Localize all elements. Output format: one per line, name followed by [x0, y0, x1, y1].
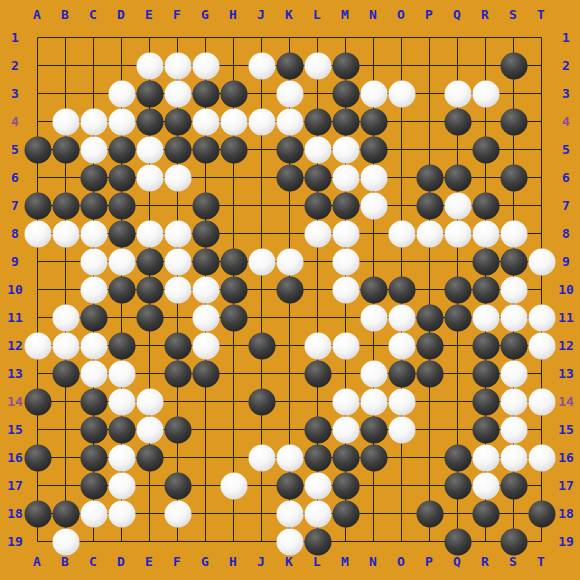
- row-label-right-5: 5: [562, 142, 570, 157]
- row-label-right-9: 9: [562, 254, 570, 269]
- stone-white-T9[interactable]: [528, 248, 555, 275]
- stone-black-F17[interactable]: [164, 472, 191, 499]
- stone-white-G12[interactable]: [192, 332, 219, 359]
- stone-white-C10[interactable]: [80, 276, 107, 303]
- stone-white-D14[interactable]: [108, 388, 135, 415]
- row-label-right-3: 3: [562, 86, 570, 101]
- stone-black-O10[interactable]: [388, 276, 415, 303]
- stone-white-S13[interactable]: [500, 360, 527, 387]
- col-label-bottom-L: L: [313, 554, 321, 569]
- row-label-left-12: 12: [7, 338, 23, 353]
- stone-black-E4[interactable]: [136, 108, 163, 135]
- col-label-bottom-B: B: [61, 554, 69, 569]
- stone-white-J4[interactable]: [248, 108, 275, 135]
- stone-black-E16[interactable]: [136, 444, 163, 471]
- row-label-left-2: 2: [11, 58, 19, 73]
- stone-white-E6[interactable]: [136, 164, 163, 191]
- row-label-right-14: 14: [558, 394, 574, 409]
- stone-white-B8[interactable]: [52, 220, 79, 247]
- stone-black-D7[interactable]: [108, 192, 135, 219]
- stone-black-O13[interactable]: [388, 360, 415, 387]
- stone-white-O12[interactable]: [388, 332, 415, 359]
- stone-white-L2[interactable]: [304, 52, 331, 79]
- stone-black-D12[interactable]: [108, 332, 135, 359]
- stone-white-O3[interactable]: [388, 80, 415, 107]
- stone-black-L7[interactable]: [304, 192, 331, 219]
- row-label-left-4: 4: [11, 114, 19, 129]
- row-label-right-19: 19: [558, 534, 574, 549]
- stone-black-Q11[interactable]: [444, 304, 471, 331]
- col-label-top-T: T: [537, 7, 545, 22]
- stone-black-L19[interactable]: [304, 528, 331, 555]
- stone-black-M4[interactable]: [332, 108, 359, 135]
- stone-white-B4[interactable]: [52, 108, 79, 135]
- stone-white-B19[interactable]: [52, 528, 79, 555]
- stone-white-T16[interactable]: [528, 444, 555, 471]
- stone-white-R16[interactable]: [472, 444, 499, 471]
- stone-white-F2[interactable]: [164, 52, 191, 79]
- col-label-bottom-H: H: [229, 554, 237, 569]
- col-label-bottom-M: M: [341, 554, 349, 569]
- stone-white-H17[interactable]: [220, 472, 247, 499]
- stone-white-K4[interactable]: [276, 108, 303, 135]
- stone-white-G4[interactable]: [192, 108, 219, 135]
- stone-black-N10[interactable]: [360, 276, 387, 303]
- stone-black-H11[interactable]: [220, 304, 247, 331]
- stone-white-T11[interactable]: [528, 304, 555, 331]
- stone-white-L17[interactable]: [304, 472, 331, 499]
- stone-black-R7[interactable]: [472, 192, 499, 219]
- col-label-top-F: F: [173, 7, 181, 22]
- row-label-left-18: 18: [7, 506, 23, 521]
- stone-black-H10[interactable]: [220, 276, 247, 303]
- row-label-right-17: 17: [558, 478, 574, 493]
- stone-white-C8[interactable]: [80, 220, 107, 247]
- col-label-bottom-O: O: [397, 554, 405, 569]
- col-label-bottom-Q: Q: [453, 554, 461, 569]
- col-label-top-J: J: [257, 7, 265, 22]
- stone-black-F5[interactable]: [164, 136, 191, 163]
- stone-black-D10[interactable]: [108, 276, 135, 303]
- stone-black-S6[interactable]: [500, 164, 527, 191]
- stone-black-Q19[interactable]: [444, 528, 471, 555]
- stone-white-P8[interactable]: [416, 220, 443, 247]
- stone-white-B12[interactable]: [52, 332, 79, 359]
- stone-white-G10[interactable]: [192, 276, 219, 303]
- stone-white-T12[interactable]: [528, 332, 555, 359]
- stone-black-S19[interactable]: [500, 528, 527, 555]
- stone-white-Q3[interactable]: [444, 80, 471, 107]
- stone-white-O11[interactable]: [388, 304, 415, 331]
- stone-black-B13[interactable]: [52, 360, 79, 387]
- row-label-left-6: 6: [11, 170, 19, 185]
- stone-white-F8[interactable]: [164, 220, 191, 247]
- col-label-top-G: G: [201, 7, 209, 22]
- stone-white-D16[interactable]: [108, 444, 135, 471]
- stone-black-B18[interactable]: [52, 500, 79, 527]
- stone-white-C4[interactable]: [80, 108, 107, 135]
- stone-black-L16[interactable]: [304, 444, 331, 471]
- col-label-top-D: D: [117, 7, 125, 22]
- stone-black-F4[interactable]: [164, 108, 191, 135]
- stone-black-M17[interactable]: [332, 472, 359, 499]
- stone-white-C18[interactable]: [80, 500, 107, 527]
- stone-black-G13[interactable]: [192, 360, 219, 387]
- col-label-bottom-G: G: [201, 554, 209, 569]
- stone-white-M12[interactable]: [332, 332, 359, 359]
- row-label-right-2: 2: [562, 58, 570, 73]
- stone-black-F12[interactable]: [164, 332, 191, 359]
- stone-white-E2[interactable]: [136, 52, 163, 79]
- col-label-top-A: A: [33, 7, 41, 22]
- stone-black-H9[interactable]: [220, 248, 247, 275]
- stone-black-N16[interactable]: [360, 444, 387, 471]
- col-label-bottom-N: N: [369, 554, 377, 569]
- stone-white-R8[interactable]: [472, 220, 499, 247]
- col-label-bottom-R: R: [481, 554, 489, 569]
- stone-black-P6[interactable]: [416, 164, 443, 191]
- stone-black-S2[interactable]: [500, 52, 527, 79]
- stone-black-H3[interactable]: [220, 80, 247, 107]
- go-board-screenshot: ABCDEFGHJKLMNOPQRST ABCDEFGHJKLMNOPQRST …: [0, 0, 580, 580]
- stone-white-A12[interactable]: [24, 332, 51, 359]
- col-label-top-M: M: [341, 7, 349, 22]
- stone-black-R5[interactable]: [472, 136, 499, 163]
- stone-black-N4[interactable]: [360, 108, 387, 135]
- stone-black-A7[interactable]: [24, 192, 51, 219]
- stone-white-F9[interactable]: [164, 248, 191, 275]
- col-label-top-B: B: [61, 7, 69, 22]
- stone-black-K2[interactable]: [276, 52, 303, 79]
- stone-black-R18[interactable]: [472, 500, 499, 527]
- stone-white-F3[interactable]: [164, 80, 191, 107]
- stone-white-B11[interactable]: [52, 304, 79, 331]
- stone-white-N3[interactable]: [360, 80, 387, 107]
- stone-black-H5[interactable]: [220, 136, 247, 163]
- row-label-right-10: 10: [558, 282, 574, 297]
- stone-black-B5[interactable]: [52, 136, 79, 163]
- row-label-left-16: 16: [7, 450, 23, 465]
- stone-black-G3[interactable]: [192, 80, 219, 107]
- col-label-top-E: E: [145, 7, 153, 22]
- stone-black-E10[interactable]: [136, 276, 163, 303]
- col-label-top-C: C: [89, 7, 97, 22]
- row-label-left-14: 14: [7, 394, 23, 409]
- stone-white-M10[interactable]: [332, 276, 359, 303]
- stone-white-M14[interactable]: [332, 388, 359, 415]
- stone-white-A8[interactable]: [24, 220, 51, 247]
- stone-white-N7[interactable]: [360, 192, 387, 219]
- stone-white-S15[interactable]: [500, 416, 527, 443]
- row-label-right-18: 18: [558, 506, 574, 521]
- col-label-bottom-C: C: [89, 554, 97, 569]
- col-label-top-Q: Q: [453, 7, 461, 22]
- stone-white-S10[interactable]: [500, 276, 527, 303]
- stone-black-N5[interactable]: [360, 136, 387, 163]
- stone-black-M18[interactable]: [332, 500, 359, 527]
- col-label-top-K: K: [285, 7, 293, 22]
- col-label-bottom-P: P: [425, 554, 433, 569]
- stone-black-R10[interactable]: [472, 276, 499, 303]
- col-label-top-R: R: [481, 7, 489, 22]
- stone-black-D5[interactable]: [108, 136, 135, 163]
- stone-white-M15[interactable]: [332, 416, 359, 443]
- col-label-bottom-J: J: [257, 554, 265, 569]
- stone-white-D17[interactable]: [108, 472, 135, 499]
- stone-black-S12[interactable]: [500, 332, 527, 359]
- stone-black-S9[interactable]: [500, 248, 527, 275]
- row-label-left-15: 15: [7, 422, 23, 437]
- stone-black-A16[interactable]: [24, 444, 51, 471]
- stone-black-M16[interactable]: [332, 444, 359, 471]
- stone-black-L15[interactable]: [304, 416, 331, 443]
- stone-black-C7[interactable]: [80, 192, 107, 219]
- stone-white-S14[interactable]: [500, 388, 527, 415]
- col-label-bottom-S: S: [509, 554, 517, 569]
- stone-black-K6[interactable]: [276, 164, 303, 191]
- stone-white-D3[interactable]: [108, 80, 135, 107]
- stone-black-L4[interactable]: [304, 108, 331, 135]
- stone-white-N11[interactable]: [360, 304, 387, 331]
- stone-white-K9[interactable]: [276, 248, 303, 275]
- stone-black-C6[interactable]: [80, 164, 107, 191]
- row-label-left-10: 10: [7, 282, 23, 297]
- row-label-right-15: 15: [558, 422, 574, 437]
- stone-white-O14[interactable]: [388, 388, 415, 415]
- stone-black-C16[interactable]: [80, 444, 107, 471]
- stone-white-O8[interactable]: [388, 220, 415, 247]
- stone-white-C5[interactable]: [80, 136, 107, 163]
- stone-white-F18[interactable]: [164, 500, 191, 527]
- col-label-bottom-F: F: [173, 554, 181, 569]
- stone-black-G9[interactable]: [192, 248, 219, 275]
- col-label-bottom-A: A: [33, 554, 41, 569]
- stone-black-E9[interactable]: [136, 248, 163, 275]
- col-label-top-N: N: [369, 7, 377, 22]
- stone-black-E3[interactable]: [136, 80, 163, 107]
- stone-black-C11[interactable]: [80, 304, 107, 331]
- stone-white-F10[interactable]: [164, 276, 191, 303]
- stone-black-J12[interactable]: [248, 332, 275, 359]
- stone-white-E15[interactable]: [136, 416, 163, 443]
- stone-white-S16[interactable]: [500, 444, 527, 471]
- row-label-left-11: 11: [7, 310, 23, 325]
- stone-black-C14[interactable]: [80, 388, 107, 415]
- stone-black-A5[interactable]: [24, 136, 51, 163]
- stone-white-J2[interactable]: [248, 52, 275, 79]
- stone-white-T14[interactable]: [528, 388, 555, 415]
- row-label-right-13: 13: [558, 366, 574, 381]
- row-label-right-12: 12: [558, 338, 574, 353]
- row-label-left-17: 17: [7, 478, 23, 493]
- col-label-top-H: H: [229, 7, 237, 22]
- col-label-bottom-T: T: [537, 554, 545, 569]
- stone-black-K10[interactable]: [276, 276, 303, 303]
- stone-white-E8[interactable]: [136, 220, 163, 247]
- stone-black-Q6[interactable]: [444, 164, 471, 191]
- stone-black-Q16[interactable]: [444, 444, 471, 471]
- stone-white-R17[interactable]: [472, 472, 499, 499]
- stone-white-K3[interactable]: [276, 80, 303, 107]
- stone-black-B7[interactable]: [52, 192, 79, 219]
- stone-black-J14[interactable]: [248, 388, 275, 415]
- row-label-left-9: 9: [11, 254, 19, 269]
- stone-white-N6[interactable]: [360, 164, 387, 191]
- stone-black-E11[interactable]: [136, 304, 163, 331]
- col-label-bottom-D: D: [117, 554, 125, 569]
- stone-white-F6[interactable]: [164, 164, 191, 191]
- stone-black-N15[interactable]: [360, 416, 387, 443]
- row-label-right-8: 8: [562, 226, 570, 241]
- stone-black-P7[interactable]: [416, 192, 443, 219]
- stone-white-K18[interactable]: [276, 500, 303, 527]
- stone-white-R11[interactable]: [472, 304, 499, 331]
- stone-white-D13[interactable]: [108, 360, 135, 387]
- row-label-right-7: 7: [562, 198, 570, 213]
- stone-black-T18[interactable]: [528, 500, 555, 527]
- row-label-right-16: 16: [558, 450, 574, 465]
- stone-black-Q10[interactable]: [444, 276, 471, 303]
- stone-white-M5[interactable]: [332, 136, 359, 163]
- stone-white-R3[interactable]: [472, 80, 499, 107]
- row-label-left-7: 7: [11, 198, 19, 213]
- stone-white-M8[interactable]: [332, 220, 359, 247]
- stone-white-Q7[interactable]: [444, 192, 471, 219]
- stone-white-N13[interactable]: [360, 360, 387, 387]
- stone-black-M2[interactable]: [332, 52, 359, 79]
- stone-black-K17[interactable]: [276, 472, 303, 499]
- col-label-bottom-K: K: [285, 554, 293, 569]
- stone-black-D15[interactable]: [108, 416, 135, 443]
- row-label-left-5: 5: [11, 142, 19, 157]
- stone-white-L8[interactable]: [304, 220, 331, 247]
- stone-white-S8[interactable]: [500, 220, 527, 247]
- row-label-left-19: 19: [7, 534, 23, 549]
- stone-white-D4[interactable]: [108, 108, 135, 135]
- stone-black-R9[interactable]: [472, 248, 499, 275]
- stone-black-G7[interactable]: [192, 192, 219, 219]
- stone-black-M3[interactable]: [332, 80, 359, 107]
- row-label-left-13: 13: [7, 366, 23, 381]
- stone-white-K19[interactable]: [276, 528, 303, 555]
- stone-white-J9[interactable]: [248, 248, 275, 275]
- stone-black-K5[interactable]: [276, 136, 303, 163]
- stone-white-J16[interactable]: [248, 444, 275, 471]
- stone-black-P11[interactable]: [416, 304, 443, 331]
- stone-white-O15[interactable]: [388, 416, 415, 443]
- stone-white-K16[interactable]: [276, 444, 303, 471]
- row-label-right-4: 4: [562, 114, 570, 129]
- stone-black-R14[interactable]: [472, 388, 499, 415]
- col-label-top-P: P: [425, 7, 433, 22]
- stone-black-D8[interactable]: [108, 220, 135, 247]
- stone-black-C17[interactable]: [80, 472, 107, 499]
- col-label-bottom-E: E: [145, 554, 153, 569]
- stone-black-A18[interactable]: [24, 500, 51, 527]
- stone-white-L18[interactable]: [304, 500, 331, 527]
- row-label-left-8: 8: [11, 226, 19, 241]
- stone-black-P13[interactable]: [416, 360, 443, 387]
- stone-white-L12[interactable]: [304, 332, 331, 359]
- stone-black-F13[interactable]: [164, 360, 191, 387]
- row-label-left-1: 1: [11, 30, 19, 45]
- stone-black-M7[interactable]: [332, 192, 359, 219]
- stone-black-S4[interactable]: [500, 108, 527, 135]
- stone-white-M6[interactable]: [332, 164, 359, 191]
- stone-black-S17[interactable]: [500, 472, 527, 499]
- stone-black-L6[interactable]: [304, 164, 331, 191]
- stone-black-G5[interactable]: [192, 136, 219, 163]
- stone-white-E5[interactable]: [136, 136, 163, 163]
- row-label-right-6: 6: [562, 170, 570, 185]
- stone-white-C12[interactable]: [80, 332, 107, 359]
- stone-white-E14[interactable]: [136, 388, 163, 415]
- stone-black-C15[interactable]: [80, 416, 107, 443]
- stone-black-R13[interactable]: [472, 360, 499, 387]
- row-label-right-11: 11: [558, 310, 574, 325]
- stone-black-G8[interactable]: [192, 220, 219, 247]
- stone-black-Q4[interactable]: [444, 108, 471, 135]
- stone-white-L5[interactable]: [304, 136, 331, 163]
- stone-black-P12[interactable]: [416, 332, 443, 359]
- stone-black-R12[interactable]: [472, 332, 499, 359]
- col-label-top-S: S: [509, 7, 517, 22]
- stone-black-R15[interactable]: [472, 416, 499, 443]
- stone-white-Q8[interactable]: [444, 220, 471, 247]
- stone-black-D6[interactable]: [108, 164, 135, 191]
- stone-white-D9[interactable]: [108, 248, 135, 275]
- stone-white-G2[interactable]: [192, 52, 219, 79]
- stone-white-M9[interactable]: [332, 248, 359, 275]
- stone-black-L13[interactable]: [304, 360, 331, 387]
- stone-white-D18[interactable]: [108, 500, 135, 527]
- col-label-top-O: O: [397, 7, 405, 22]
- stone-black-A14[interactable]: [24, 388, 51, 415]
- stone-white-S11[interactable]: [500, 304, 527, 331]
- stone-white-H4[interactable]: [220, 108, 247, 135]
- stone-white-G11[interactable]: [192, 304, 219, 331]
- stone-white-N14[interactable]: [360, 388, 387, 415]
- col-label-top-L: L: [313, 7, 321, 22]
- stone-black-F15[interactable]: [164, 416, 191, 443]
- stone-white-C9[interactable]: [80, 248, 107, 275]
- stone-black-P18[interactable]: [416, 500, 443, 527]
- stone-white-C13[interactable]: [80, 360, 107, 387]
- row-label-right-1: 1: [562, 30, 570, 45]
- stone-black-Q17[interactable]: [444, 472, 471, 499]
- row-label-left-3: 3: [11, 86, 19, 101]
